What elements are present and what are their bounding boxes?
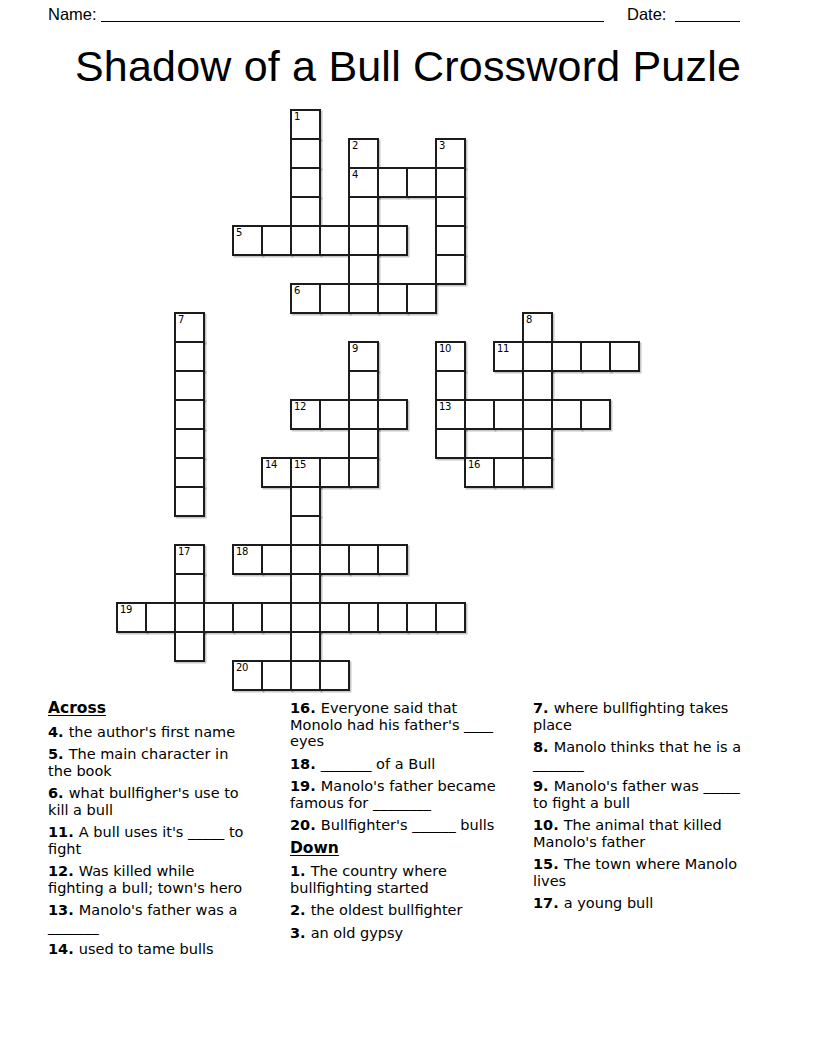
grid-cell[interactable] <box>348 225 379 256</box>
date-input-line[interactable] <box>675 3 740 22</box>
grid-cell[interactable]: 11 <box>493 341 524 372</box>
grid-cell[interactable] <box>319 602 350 633</box>
grid-cell[interactable] <box>435 602 466 633</box>
clue-column-3: 7. where bullfighting takes place8. Mano… <box>533 700 742 918</box>
grid-cell[interactable] <box>319 660 350 691</box>
clue-d9: 9. Manolo's father was _____ to fight a … <box>533 778 742 811</box>
across-header: Across <box>48 700 248 717</box>
grid-cell[interactable] <box>290 138 321 169</box>
grid-cell[interactable]: 7 <box>174 312 205 343</box>
grid-cell[interactable]: 20 <box>232 660 263 691</box>
clue-a12: 12. Was killed while fighting a bull; to… <box>48 863 248 896</box>
grid-cell[interactable]: 2 <box>348 138 379 169</box>
grid-cell[interactable] <box>174 573 205 604</box>
clue-a16: 16. Everyone said that Monolo had his fa… <box>290 700 514 750</box>
cell-number: 17 <box>178 546 190 557</box>
grid-cell[interactable] <box>377 602 408 633</box>
grid-cell[interactable]: 8 <box>522 312 553 343</box>
grid-cell[interactable] <box>377 399 408 430</box>
clue-a18: 18. _______ of a Bull <box>290 756 514 773</box>
grid-cell[interactable] <box>290 631 321 662</box>
grid-cell[interactable]: 19 <box>116 602 147 633</box>
grid-cell[interactable] <box>348 602 379 633</box>
grid-cell[interactable] <box>464 399 495 430</box>
grid-cell[interactable]: 15 <box>290 457 321 488</box>
grid-cell[interactable] <box>174 370 205 401</box>
grid-cell[interactable] <box>319 283 350 314</box>
clue-d8: 8. Manolo thinks that he is a _______ <box>533 739 742 772</box>
cell-number: 20 <box>236 662 248 673</box>
grid-cell[interactable] <box>348 399 379 430</box>
grid-cell[interactable] <box>377 225 408 256</box>
grid-cell[interactable] <box>290 660 321 691</box>
grid-cell[interactable] <box>348 196 379 227</box>
cell-number: 13 <box>439 401 451 412</box>
grid-cell[interactable] <box>522 341 553 372</box>
clue-a6: 6. what bullfigher's use to kill a bull <box>48 785 248 818</box>
down-header: Down <box>290 840 514 857</box>
grid-cell[interactable] <box>319 225 350 256</box>
clue-a4: 4. the author's first name <box>48 724 248 741</box>
cell-number: 5 <box>236 227 242 238</box>
grid-cell[interactable]: 5 <box>232 225 263 256</box>
grid-cell[interactable] <box>145 602 176 633</box>
grid-cell[interactable] <box>232 602 263 633</box>
grid-cell[interactable] <box>435 254 466 285</box>
cell-number: 10 <box>439 343 451 354</box>
worksheet-page: Name: Date: Shadow of a Bull Crossword P… <box>0 0 816 1056</box>
grid-cell[interactable] <box>609 341 640 372</box>
grid-cell[interactable] <box>348 370 379 401</box>
crossword-grid: 1234567891011121314151617181920 <box>117 110 641 692</box>
date-label: Date: <box>627 4 666 24</box>
cell-number: 2 <box>352 140 358 151</box>
grid-cell[interactable] <box>377 283 408 314</box>
clue-d2: 2. the oldest bullfighter <box>290 902 514 919</box>
grid-cell[interactable]: 13 <box>435 399 466 430</box>
grid-cell[interactable] <box>493 399 524 430</box>
grid-cell[interactable] <box>348 254 379 285</box>
cell-number: 19 <box>120 604 132 615</box>
name-input-line[interactable] <box>101 3 604 22</box>
grid-cell[interactable] <box>290 486 321 517</box>
cell-number: 9 <box>352 343 358 354</box>
grid-cell[interactable]: 12 <box>290 399 321 430</box>
grid-cell[interactable] <box>435 167 466 198</box>
grid-cell[interactable]: 9 <box>348 341 379 372</box>
grid-cell[interactable] <box>174 428 205 459</box>
grid-cell[interactable] <box>435 428 466 459</box>
grid-cell[interactable] <box>290 544 321 575</box>
grid-cell[interactable]: 6 <box>290 283 321 314</box>
clue-d3: 3. an old gypsy <box>290 925 514 942</box>
grid-cell[interactable] <box>580 399 611 430</box>
grid-cell[interactable] <box>435 225 466 256</box>
grid-cell[interactable] <box>435 196 466 227</box>
grid-cell[interactable] <box>174 486 205 517</box>
clue-d10: 10. The animal that killed Manolo's fath… <box>533 817 742 850</box>
grid-cell[interactable] <box>174 399 205 430</box>
cell-number: 15 <box>294 459 306 470</box>
name-label: Name: <box>48 4 97 24</box>
grid-cell[interactable]: 10 <box>435 341 466 372</box>
grid-cell[interactable] <box>319 457 350 488</box>
grid-cell[interactable] <box>174 631 205 662</box>
grid-cell[interactable] <box>406 283 437 314</box>
clue-a11: 11. A bull uses it's _____ to fight <box>48 824 248 857</box>
grid-cell[interactable] <box>290 196 321 227</box>
grid-cell[interactable] <box>261 660 292 691</box>
grid-cell[interactable]: 17 <box>174 544 205 575</box>
grid-cell[interactable]: 18 <box>232 544 263 575</box>
grid-cell[interactable] <box>522 399 553 430</box>
cell-number: 3 <box>439 140 445 151</box>
grid-cell[interactable] <box>406 602 437 633</box>
grid-cell[interactable] <box>348 283 379 314</box>
clue-d15: 15. The town where Manolo lives <box>533 856 742 889</box>
clue-d7: 7. where bullfighting takes place <box>533 700 742 733</box>
clue-d1: 1. The country where bullfighting starte… <box>290 863 514 896</box>
grid-cell[interactable] <box>580 341 611 372</box>
grid-cell[interactable] <box>406 167 437 198</box>
grid-cell[interactable] <box>551 341 582 372</box>
grid-cell[interactable] <box>290 167 321 198</box>
grid-cell[interactable] <box>290 515 321 546</box>
grid-cell[interactable] <box>261 225 292 256</box>
grid-cell[interactable]: 3 <box>435 138 466 169</box>
cell-number: 7 <box>178 314 184 325</box>
grid-cell[interactable] <box>377 167 408 198</box>
clue-a13: 13. Manolo's father was a _______ <box>48 902 248 935</box>
grid-cell[interactable]: 14 <box>261 457 292 488</box>
grid-cell[interactable] <box>319 544 350 575</box>
grid-cell[interactable] <box>348 544 379 575</box>
clue-column-2: 16. Everyone said that Monolo had his fa… <box>290 700 514 947</box>
grid-cell[interactable] <box>174 457 205 488</box>
grid-cell[interactable] <box>174 602 205 633</box>
cell-number: 14 <box>265 459 277 470</box>
grid-cell[interactable] <box>493 457 524 488</box>
clue-d17: 17. a young bull <box>533 895 742 912</box>
clue-a14: 14. used to tame bulls <box>48 941 248 958</box>
cell-number: 6 <box>294 285 300 296</box>
clue-a20: 20. Bullfighter's ______ bulls <box>290 817 514 834</box>
grid-cell[interactable] <box>551 399 582 430</box>
clue-column-1: Across4. the author's first name5. The m… <box>48 700 248 964</box>
grid-cell[interactable] <box>174 341 205 372</box>
grid-cell[interactable] <box>290 573 321 604</box>
grid-cell[interactable] <box>290 225 321 256</box>
grid-cell[interactable]: 4 <box>348 167 379 198</box>
grid-cell[interactable] <box>522 428 553 459</box>
cell-number: 1 <box>294 111 300 122</box>
grid-cell[interactable] <box>319 399 350 430</box>
grid-cell[interactable] <box>203 602 234 633</box>
cell-number: 12 <box>294 401 306 412</box>
grid-cell[interactable]: 1 <box>290 109 321 140</box>
clue-a19: 19. Manolo's father became famous for __… <box>290 778 514 811</box>
cell-number: 18 <box>236 546 248 557</box>
grid-cell[interactable] <box>261 544 292 575</box>
page-title: Shadow of a Bull Crossword Puzle <box>0 42 816 91</box>
cell-number: 8 <box>526 314 532 325</box>
cell-number: 11 <box>497 343 509 354</box>
grid-cell[interactable] <box>522 457 553 488</box>
grid-cell[interactable] <box>348 457 379 488</box>
grid-cell[interactable] <box>435 370 466 401</box>
grid-cell[interactable] <box>348 428 379 459</box>
grid-cell[interactable]: 16 <box>464 457 495 488</box>
cell-number: 16 <box>468 459 480 470</box>
grid-cell[interactable] <box>290 602 321 633</box>
clue-a5: 5. The main character in the book <box>48 746 248 779</box>
grid-cell[interactable] <box>522 370 553 401</box>
cell-number: 4 <box>352 169 358 180</box>
grid-cell[interactable] <box>377 544 408 575</box>
grid-cell[interactable] <box>261 602 292 633</box>
